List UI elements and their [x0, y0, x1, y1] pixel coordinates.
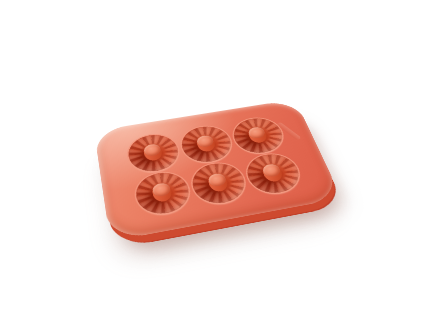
cavity-front-right [241, 151, 305, 197]
cavity-back-right [228, 115, 288, 156]
cavity-back-middle [177, 123, 235, 165]
bundt-mould-tray [94, 99, 342, 241]
cavity-back-left [124, 132, 181, 176]
cavity-grid [122, 114, 308, 220]
cavity-front-middle [187, 160, 249, 208]
cavity-front-left [132, 169, 193, 218]
product-photo [0, 0, 423, 318]
